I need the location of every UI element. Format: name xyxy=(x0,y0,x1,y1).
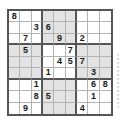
sudoku-cell-r7c3: 1 xyxy=(32,80,43,91)
sudoku-cell-r7c8: 6 xyxy=(88,80,99,91)
sudoku-cell-r6c4: 1 xyxy=(43,68,54,79)
sudoku-cell-r7c7[interactable] xyxy=(77,80,88,91)
page-background: 836792574571316885194 xyxy=(0,0,120,120)
sudoku-cell-r2c4: 6 xyxy=(43,22,54,33)
sudoku-cell-r1c4[interactable] xyxy=(43,11,54,22)
sudoku-cell-r2c3: 3 xyxy=(32,22,43,33)
sudoku-cell-r5c6: 5 xyxy=(66,57,77,68)
sudoku-board: 836792574571316885194 xyxy=(7,9,113,116)
sudoku-cell-r4c5[interactable] xyxy=(54,45,65,56)
sudoku-cell-r7c9: 8 xyxy=(100,80,111,91)
sudoku-cell-r9c3[interactable] xyxy=(32,103,43,114)
sudoku-cell-r9c8[interactable] xyxy=(88,103,99,114)
sudoku-cell-r9c9[interactable] xyxy=(100,103,111,114)
sudoku-cell-r1c6[interactable] xyxy=(66,11,77,22)
sudoku-cell-r3c7: 2 xyxy=(77,34,88,45)
sudoku-cell-r3c4[interactable] xyxy=(43,34,54,45)
sudoku-cell-r8c7[interactable] xyxy=(77,91,88,102)
sudoku-cell-r3c8[interactable] xyxy=(88,34,99,45)
sudoku-cell-r1c8[interactable] xyxy=(88,11,99,22)
sudoku-cell-r4c3[interactable] xyxy=(32,45,43,56)
sudoku-cell-r7c1[interactable] xyxy=(9,80,20,91)
sudoku-cell-r1c7[interactable] xyxy=(77,11,88,22)
sudoku-cell-r4c1[interactable] xyxy=(9,45,20,56)
sudoku-cell-r8c1[interactable] xyxy=(9,91,20,102)
sudoku-cell-r2c1[interactable] xyxy=(9,22,20,33)
sudoku-cell-r5c9[interactable] xyxy=(100,57,111,68)
sudoku-cell-r3c6[interactable] xyxy=(66,34,77,45)
sudoku-cell-r2c8[interactable] xyxy=(88,22,99,33)
sudoku-cell-r1c3[interactable] xyxy=(32,11,43,22)
sudoku-cell-r4c4[interactable] xyxy=(43,45,54,56)
sudoku-cell-r1c2[interactable] xyxy=(20,11,31,22)
sudoku-cell-r3c9[interactable] xyxy=(100,34,111,45)
sudoku-cell-r3c3[interactable] xyxy=(32,34,43,45)
sudoku-cell-r9c2: 9 xyxy=(20,103,31,114)
sudoku-cell-r6c8: 3 xyxy=(88,68,99,79)
sudoku-cell-r6c1[interactable] xyxy=(9,68,20,79)
sudoku-cell-r4c2: 5 xyxy=(20,45,31,56)
sudoku-cell-r7c2[interactable] xyxy=(20,80,31,91)
sudoku-cell-r4c8[interactable] xyxy=(88,45,99,56)
sudoku-cell-r6c7[interactable] xyxy=(77,68,88,79)
sudoku-cell-r9c6[interactable] xyxy=(66,103,77,114)
sudoku-cell-r7c5[interactable] xyxy=(54,80,65,91)
sudoku-cell-r5c2[interactable] xyxy=(20,57,31,68)
sudoku-cell-r2c9[interactable] xyxy=(100,22,111,33)
sudoku-cell-r8c9[interactable] xyxy=(100,91,111,102)
watermark-strip xyxy=(117,54,119,110)
sudoku-cell-r8c5[interactable] xyxy=(54,91,65,102)
sudoku-cell-r4c6: 7 xyxy=(66,45,77,56)
sudoku-cell-r7c6[interactable] xyxy=(66,80,77,91)
sudoku-cell-r8c2[interactable] xyxy=(20,91,31,102)
sudoku-cell-r8c3: 8 xyxy=(32,91,43,102)
sudoku-cell-r5c1[interactable] xyxy=(9,57,20,68)
sudoku-cell-r5c3[interactable] xyxy=(32,57,43,68)
sudoku-cell-r1c5[interactable] xyxy=(54,11,65,22)
sudoku-cell-r3c5: 9 xyxy=(54,34,65,45)
sudoku-cell-r1c9[interactable] xyxy=(100,11,111,22)
sudoku-cell-r9c7: 4 xyxy=(77,103,88,114)
sudoku-cell-r8c6[interactable] xyxy=(66,91,77,102)
sudoku-cell-r3c1[interactable] xyxy=(9,34,20,45)
sudoku-cell-r6c5[interactable] xyxy=(54,68,65,79)
sudoku-cell-r5c5: 4 xyxy=(54,57,65,68)
sudoku-cell-r6c3[interactable] xyxy=(32,68,43,79)
sudoku-cell-r2c6[interactable] xyxy=(66,22,77,33)
sudoku-cell-r6c6[interactable] xyxy=(66,68,77,79)
sudoku-cell-r9c1[interactable] xyxy=(9,103,20,114)
sudoku-cell-r6c2[interactable] xyxy=(20,68,31,79)
sudoku-cell-r7c4[interactable] xyxy=(43,80,54,91)
sudoku-cell-r9c5[interactable] xyxy=(54,103,65,114)
sudoku-cell-r9c4[interactable] xyxy=(43,103,54,114)
sudoku-cell-r1c1: 8 xyxy=(9,11,20,22)
sudoku-cell-r5c7: 7 xyxy=(77,57,88,68)
sudoku-cell-r3c2: 7 xyxy=(20,34,31,45)
sudoku-cell-r4c9[interactable] xyxy=(100,45,111,56)
sudoku-cell-r4c7[interactable] xyxy=(77,45,88,56)
sudoku-cell-r8c4: 5 xyxy=(43,91,54,102)
sudoku-cell-r8c8: 1 xyxy=(88,91,99,102)
sudoku-cell-r6c9[interactable] xyxy=(100,68,111,79)
